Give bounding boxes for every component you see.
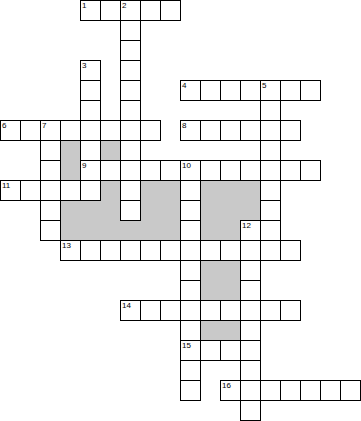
grid-cell[interactable] bbox=[180, 380, 201, 401]
grid-cell[interactable] bbox=[80, 0, 101, 21]
grid-cell[interactable] bbox=[160, 300, 181, 321]
shaded-cell bbox=[220, 200, 241, 221]
grid-cell[interactable] bbox=[220, 340, 241, 361]
grid-cell[interactable] bbox=[120, 160, 141, 181]
grid-cell[interactable] bbox=[120, 240, 141, 261]
shaded-cell bbox=[100, 200, 121, 221]
grid-cell[interactable] bbox=[280, 120, 301, 141]
grid-cell[interactable] bbox=[240, 160, 261, 181]
shaded-cell bbox=[60, 220, 81, 241]
grid-cell[interactable] bbox=[120, 120, 141, 141]
grid-cell[interactable] bbox=[100, 0, 121, 21]
grid-cell[interactable] bbox=[280, 240, 301, 261]
shaded-cell bbox=[160, 180, 181, 201]
grid-cell[interactable] bbox=[220, 80, 241, 101]
grid-cell[interactable] bbox=[220, 160, 241, 181]
grid-cell[interactable] bbox=[260, 180, 281, 201]
grid-cell[interactable] bbox=[140, 300, 161, 321]
shaded-cell bbox=[140, 200, 161, 221]
shaded-cell bbox=[240, 180, 261, 201]
shaded-cell bbox=[220, 320, 241, 341]
grid-cell[interactable] bbox=[180, 240, 201, 261]
grid-cell[interactable] bbox=[80, 160, 101, 181]
shaded-cell bbox=[100, 180, 121, 201]
shaded-cell bbox=[160, 200, 181, 221]
grid-cell[interactable] bbox=[300, 380, 321, 401]
grid-cell[interactable] bbox=[180, 340, 201, 361]
grid-cell[interactable] bbox=[80, 140, 101, 161]
grid-cell[interactable] bbox=[80, 60, 101, 81]
shaded-cell bbox=[200, 220, 221, 241]
shaded-cell bbox=[140, 180, 161, 201]
grid-cell[interactable] bbox=[240, 120, 261, 141]
grid-cell[interactable] bbox=[140, 120, 161, 141]
grid-cell[interactable] bbox=[120, 140, 141, 161]
grid-cell[interactable] bbox=[180, 260, 201, 281]
grid-cell[interactable] bbox=[40, 120, 61, 141]
grid-cell[interactable] bbox=[180, 220, 201, 241]
grid-cell[interactable] bbox=[20, 120, 41, 141]
grid-cell[interactable] bbox=[60, 180, 81, 201]
shaded-cell bbox=[200, 200, 221, 221]
grid-cell[interactable] bbox=[0, 180, 21, 201]
grid-cell[interactable] bbox=[200, 120, 221, 141]
shaded-cell bbox=[220, 220, 241, 241]
grid-cell[interactable] bbox=[240, 380, 261, 401]
grid-cell[interactable] bbox=[180, 180, 201, 201]
grid-cell[interactable] bbox=[220, 380, 241, 401]
grid-cell[interactable] bbox=[120, 180, 141, 201]
shaded-cell bbox=[140, 220, 161, 241]
shaded-cell bbox=[120, 220, 141, 241]
grid-cell[interactable] bbox=[300, 80, 321, 101]
grid-cell[interactable] bbox=[120, 300, 141, 321]
grid-cell[interactable] bbox=[340, 380, 361, 401]
grid-cell[interactable] bbox=[80, 120, 101, 141]
grid-cell[interactable] bbox=[220, 120, 241, 141]
grid-cell[interactable] bbox=[120, 40, 141, 61]
shaded-cell bbox=[100, 140, 121, 161]
shaded-cell bbox=[60, 140, 81, 161]
grid-cell[interactable] bbox=[40, 140, 61, 161]
grid-cell[interactable] bbox=[140, 240, 161, 261]
grid-cell[interactable] bbox=[280, 80, 301, 101]
grid-cell[interactable] bbox=[300, 160, 321, 181]
grid-cell[interactable] bbox=[80, 240, 101, 261]
grid-cell[interactable] bbox=[260, 300, 281, 321]
grid-cell[interactable] bbox=[240, 80, 261, 101]
grid-cell[interactable] bbox=[240, 320, 261, 341]
shaded-cell bbox=[200, 180, 221, 201]
grid-cell[interactable] bbox=[260, 80, 281, 101]
grid-cell[interactable] bbox=[40, 160, 61, 181]
grid-cell[interactable] bbox=[100, 240, 121, 261]
shaded-cell bbox=[200, 260, 221, 281]
grid-cell[interactable] bbox=[260, 120, 281, 141]
grid-cell[interactable] bbox=[260, 100, 281, 121]
grid-cell[interactable] bbox=[40, 220, 61, 241]
grid-cell[interactable] bbox=[200, 80, 221, 101]
grid-cell[interactable] bbox=[260, 240, 281, 261]
grid-cell[interactable] bbox=[280, 300, 301, 321]
grid-cell[interactable] bbox=[120, 80, 141, 101]
shaded-cell bbox=[60, 160, 81, 181]
grid-cell[interactable] bbox=[40, 180, 61, 201]
shaded-cell bbox=[220, 280, 241, 301]
grid-cell[interactable] bbox=[240, 220, 261, 241]
grid-cell[interactable] bbox=[80, 180, 101, 201]
grid-cell[interactable] bbox=[180, 360, 201, 381]
grid-cell[interactable] bbox=[160, 0, 181, 21]
shaded-cell bbox=[200, 320, 221, 341]
shaded-cell bbox=[200, 280, 221, 301]
grid-cell[interactable] bbox=[180, 160, 201, 181]
grid-cell[interactable] bbox=[40, 200, 61, 221]
grid-cell[interactable] bbox=[240, 240, 261, 261]
grid-cell[interactable] bbox=[120, 200, 141, 221]
grid-cell[interactable] bbox=[80, 80, 101, 101]
shaded-cell bbox=[60, 200, 81, 221]
grid-cell[interactable] bbox=[200, 300, 221, 321]
grid-cell[interactable] bbox=[180, 80, 201, 101]
grid-cell[interactable] bbox=[260, 160, 281, 181]
grid-cell[interactable] bbox=[80, 100, 101, 121]
grid-cell[interactable] bbox=[200, 340, 221, 361]
grid-cell[interactable] bbox=[260, 380, 281, 401]
grid-cell[interactable] bbox=[0, 120, 21, 141]
grid-cell[interactable] bbox=[180, 320, 201, 341]
grid-cell[interactable] bbox=[220, 300, 241, 321]
shaded-cell bbox=[80, 200, 101, 221]
shaded-cell bbox=[240, 200, 261, 221]
grid-cell[interactable] bbox=[240, 280, 261, 301]
grid-cell[interactable] bbox=[320, 380, 341, 401]
grid-cell[interactable] bbox=[240, 300, 261, 321]
grid-cell[interactable] bbox=[240, 360, 261, 381]
grid-cell[interactable] bbox=[160, 240, 181, 261]
grid-cell[interactable] bbox=[140, 0, 161, 21]
grid-cell[interactable] bbox=[120, 100, 141, 121]
grid-cell[interactable] bbox=[120, 60, 141, 81]
grid-cell[interactable] bbox=[60, 240, 81, 261]
shaded-cell bbox=[220, 180, 241, 201]
grid-cell[interactable] bbox=[200, 160, 221, 181]
grid-cell[interactable] bbox=[180, 280, 201, 301]
grid-cell[interactable] bbox=[20, 180, 41, 201]
grid-cell[interactable] bbox=[120, 20, 141, 41]
grid-cell[interactable] bbox=[100, 160, 121, 181]
grid-cell[interactable] bbox=[260, 140, 281, 161]
grid-cell[interactable] bbox=[180, 200, 201, 221]
grid-cell[interactable] bbox=[200, 240, 221, 261]
grid-cell[interactable] bbox=[100, 120, 121, 141]
grid-cell[interactable] bbox=[240, 400, 261, 421]
grid-cell[interactable] bbox=[160, 160, 181, 181]
grid-cell[interactable] bbox=[120, 0, 141, 21]
grid-cell[interactable] bbox=[260, 200, 281, 221]
grid-cell[interactable] bbox=[180, 300, 201, 321]
grid-cell[interactable] bbox=[220, 240, 241, 261]
grid-cell[interactable] bbox=[60, 120, 81, 141]
grid-cell[interactable] bbox=[280, 380, 301, 401]
grid-cell[interactable] bbox=[240, 260, 261, 281]
shaded-cell bbox=[80, 220, 101, 241]
shaded-cell bbox=[100, 220, 121, 241]
grid-cell[interactable] bbox=[260, 220, 281, 241]
grid-cell[interactable] bbox=[140, 160, 161, 181]
grid-cell[interactable] bbox=[240, 340, 261, 361]
grid-cell[interactable] bbox=[180, 120, 201, 141]
shaded-cell bbox=[220, 260, 241, 281]
crossword-grid: 12345678910111213141516 bbox=[0, 0, 361, 421]
grid-cell[interactable] bbox=[280, 160, 301, 181]
shaded-cell bbox=[160, 220, 181, 241]
